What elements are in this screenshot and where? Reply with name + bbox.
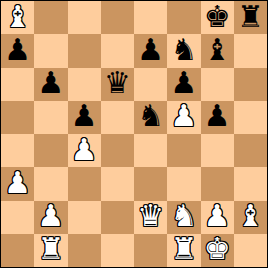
square-a6[interactable] bbox=[1, 68, 34, 101]
square-f4[interactable] bbox=[167, 134, 200, 167]
square-e5[interactable]: ♞ bbox=[134, 101, 167, 134]
square-h8[interactable]: ♜ bbox=[234, 1, 267, 34]
square-h3[interactable] bbox=[234, 167, 267, 200]
square-h7[interactable] bbox=[234, 34, 267, 67]
square-a5[interactable] bbox=[1, 101, 34, 134]
square-b1[interactable]: ♜ bbox=[34, 234, 67, 267]
square-f6[interactable]: ♟ bbox=[167, 68, 200, 101]
square-b8[interactable] bbox=[34, 1, 67, 34]
black-pawn: ♟ bbox=[170, 68, 197, 98]
square-f3[interactable] bbox=[167, 167, 200, 200]
black-bishop: ♝ bbox=[204, 35, 231, 65]
square-c3[interactable] bbox=[68, 167, 101, 200]
chess-board-frame: ♝♚♜♟♟♞♝♟♛♟♟♞♟♟♟♟♟♛♞♟♝♜♜♚ bbox=[0, 0, 268, 268]
white-knight: ♞ bbox=[170, 201, 197, 231]
square-g7[interactable]: ♝ bbox=[201, 34, 234, 67]
black-queen: ♛ bbox=[104, 68, 131, 98]
square-f1[interactable]: ♜ bbox=[167, 234, 200, 267]
white-rook: ♜ bbox=[37, 234, 64, 264]
square-e7[interactable]: ♟ bbox=[134, 34, 167, 67]
black-pawn: ♟ bbox=[137, 35, 164, 65]
square-c1[interactable] bbox=[68, 234, 101, 267]
black-knight: ♞ bbox=[170, 35, 197, 65]
square-g2[interactable]: ♟ bbox=[201, 201, 234, 234]
square-g1[interactable]: ♚ bbox=[201, 234, 234, 267]
black-pawn: ♟ bbox=[204, 101, 231, 131]
square-g4[interactable] bbox=[201, 134, 234, 167]
square-a1[interactable] bbox=[1, 234, 34, 267]
square-b2[interactable]: ♟ bbox=[34, 201, 67, 234]
white-rook: ♜ bbox=[170, 234, 197, 264]
white-pawn: ♟ bbox=[71, 135, 98, 165]
square-d4[interactable] bbox=[101, 134, 134, 167]
square-b5[interactable] bbox=[34, 101, 67, 134]
square-g3[interactable] bbox=[201, 167, 234, 200]
square-e6[interactable] bbox=[134, 68, 167, 101]
black-rook: ♜ bbox=[237, 2, 264, 32]
square-f8[interactable] bbox=[167, 1, 200, 34]
square-d8[interactable] bbox=[101, 1, 134, 34]
square-e4[interactable] bbox=[134, 134, 167, 167]
square-c6[interactable] bbox=[68, 68, 101, 101]
square-a3[interactable]: ♟ bbox=[1, 167, 34, 200]
black-pawn: ♟ bbox=[4, 35, 31, 65]
square-h4[interactable] bbox=[234, 134, 267, 167]
square-g8[interactable]: ♚ bbox=[201, 1, 234, 34]
white-queen: ♛ bbox=[137, 201, 164, 231]
black-pawn: ♟ bbox=[37, 68, 64, 98]
square-e2[interactable]: ♛ bbox=[134, 201, 167, 234]
square-g6[interactable] bbox=[201, 68, 234, 101]
square-b3[interactable] bbox=[34, 167, 67, 200]
square-b4[interactable] bbox=[34, 134, 67, 167]
square-d1[interactable] bbox=[101, 234, 134, 267]
white-bishop: ♝ bbox=[237, 201, 264, 231]
square-h6[interactable] bbox=[234, 68, 267, 101]
square-c7[interactable] bbox=[68, 34, 101, 67]
black-pawn: ♟ bbox=[71, 101, 98, 131]
square-c8[interactable] bbox=[68, 1, 101, 34]
square-e1[interactable] bbox=[134, 234, 167, 267]
square-a4[interactable] bbox=[1, 134, 34, 167]
square-e8[interactable] bbox=[134, 1, 167, 34]
square-e3[interactable] bbox=[134, 167, 167, 200]
white-pawn: ♟ bbox=[204, 201, 231, 231]
square-d3[interactable] bbox=[101, 167, 134, 200]
square-c2[interactable] bbox=[68, 201, 101, 234]
square-d7[interactable] bbox=[101, 34, 134, 67]
square-f2[interactable]: ♞ bbox=[167, 201, 200, 234]
square-a7[interactable]: ♟ bbox=[1, 34, 34, 67]
square-g5[interactable]: ♟ bbox=[201, 101, 234, 134]
square-b7[interactable] bbox=[34, 34, 67, 67]
square-f7[interactable]: ♞ bbox=[167, 34, 200, 67]
square-c4[interactable]: ♟ bbox=[68, 134, 101, 167]
white-bishop: ♝ bbox=[4, 2, 31, 32]
white-pawn: ♟ bbox=[37, 201, 64, 231]
white-pawn: ♟ bbox=[4, 168, 31, 198]
white-king: ♚ bbox=[204, 234, 231, 264]
square-a2[interactable] bbox=[1, 201, 34, 234]
square-b6[interactable]: ♟ bbox=[34, 68, 67, 101]
square-h2[interactable]: ♝ bbox=[234, 201, 267, 234]
square-f5[interactable]: ♟ bbox=[167, 101, 200, 134]
black-knight: ♞ bbox=[137, 101, 164, 131]
square-a8[interactable]: ♝ bbox=[1, 1, 34, 34]
square-d2[interactable] bbox=[101, 201, 134, 234]
square-h1[interactable] bbox=[234, 234, 267, 267]
black-king: ♚ bbox=[204, 2, 231, 32]
square-c5[interactable]: ♟ bbox=[68, 101, 101, 134]
white-pawn: ♟ bbox=[170, 101, 197, 131]
chess-board: ♝♚♜♟♟♞♝♟♛♟♟♞♟♟♟♟♟♛♞♟♝♜♜♚ bbox=[1, 1, 267, 267]
square-d6[interactable]: ♛ bbox=[101, 68, 134, 101]
square-h5[interactable] bbox=[234, 101, 267, 134]
square-d5[interactable] bbox=[101, 101, 134, 134]
